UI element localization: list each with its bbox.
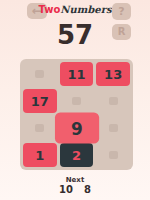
board-cell-r3c3 xyxy=(96,116,130,140)
board-cell-r2c1: 17 xyxy=(23,89,57,113)
tile-1: 1 xyxy=(23,143,57,167)
empty-cell-dot xyxy=(109,97,118,105)
board-cell-r3c1 xyxy=(23,116,57,140)
board-cell-r4c3 xyxy=(96,143,130,167)
app-title-numbers: Numbers xyxy=(60,4,111,15)
twonumbers-app: ← TwoNumbers ? R 57 111317912 Next 108 xyxy=(0,0,150,200)
tile-9: 9 xyxy=(55,112,99,143)
empty-cell-dot xyxy=(109,124,118,132)
board-cell-r1c3: 13 xyxy=(96,62,130,86)
question-mark-icon: ? xyxy=(118,6,124,17)
help-button[interactable]: ? xyxy=(112,3,131,20)
empty-cell-dot xyxy=(35,124,44,132)
board-cell-r2c3 xyxy=(96,89,130,113)
empty-cell-dot xyxy=(109,151,118,159)
next-label: Next xyxy=(0,176,150,184)
next-values: 108 xyxy=(0,184,150,196)
board-cell-r1c1 xyxy=(23,62,57,86)
empty-cell-dot xyxy=(35,70,44,78)
next-tile-value: 8 xyxy=(84,184,91,196)
board-cell-r4c2: 2 xyxy=(60,143,94,167)
next-tile-value: 10 xyxy=(59,184,73,196)
tile-13: 13 xyxy=(96,62,130,86)
empty-cell-dot xyxy=(72,97,81,105)
board-cell-r4c1: 1 xyxy=(23,143,57,167)
tile-17: 17 xyxy=(23,89,57,113)
app-title-two: Two xyxy=(38,4,60,15)
tile-11: 11 xyxy=(60,62,94,86)
board-cell-r3c2: 9 xyxy=(60,116,94,140)
board-cell-r1c2: 11 xyxy=(60,62,94,86)
board[interactable]: 111317912 xyxy=(20,59,133,170)
board-cell-r2c2 xyxy=(60,89,94,113)
tile-2: 2 xyxy=(60,143,94,167)
score: 57 xyxy=(0,21,150,49)
